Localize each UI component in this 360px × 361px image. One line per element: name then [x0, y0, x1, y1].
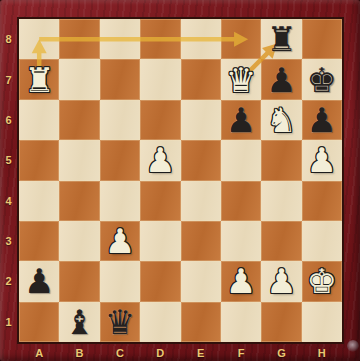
square-e3[interactable]	[181, 221, 221, 261]
square-e8[interactable]	[181, 19, 221, 59]
square-g3[interactable]	[261, 221, 301, 261]
square-c2[interactable]	[100, 261, 140, 301]
square-g4[interactable]	[261, 181, 301, 221]
square-b3[interactable]	[59, 221, 99, 261]
rank-label-4: 4	[0, 181, 17, 221]
square-b8[interactable]	[59, 19, 99, 59]
square-a5[interactable]	[19, 140, 59, 180]
square-e1[interactable]	[181, 302, 221, 342]
piece-black-pawn-f6[interactable]: ♟	[221, 100, 261, 140]
piece-black-pawn-h6[interactable]: ♟	[302, 100, 342, 140]
rank-label-2: 2	[0, 261, 17, 301]
rank-label-3: 3	[0, 221, 17, 261]
file-label-d: D	[140, 344, 180, 361]
square-f1[interactable]	[221, 302, 261, 342]
piece-white-pawn-h5[interactable]: ♟	[302, 140, 342, 180]
square-d6[interactable]	[140, 100, 180, 140]
square-d8[interactable]	[140, 19, 180, 59]
file-label-g: G	[261, 344, 301, 361]
square-c5[interactable]	[100, 140, 140, 180]
square-e4[interactable]	[181, 181, 221, 221]
square-b6[interactable]	[59, 100, 99, 140]
square-a1[interactable]	[19, 302, 59, 342]
square-f5[interactable]	[221, 140, 261, 180]
watermark-dot	[347, 340, 359, 352]
square-f4[interactable]	[221, 181, 261, 221]
piece-black-pawn-g7[interactable]: ♟	[261, 59, 301, 99]
rank-label-6: 6	[0, 100, 17, 140]
chess-board: ♜♜♛♟♚♟♞♟♟♟♟♟♟♟♚♝♛	[17, 17, 344, 344]
square-a6[interactable]	[19, 100, 59, 140]
square-e5[interactable]	[181, 140, 221, 180]
rank-label-7: 7	[0, 59, 17, 99]
file-label-c: C	[100, 344, 140, 361]
square-a8[interactable]	[19, 19, 59, 59]
piece-black-queen-c1[interactable]: ♛	[100, 302, 140, 342]
piece-white-pawn-c3[interactable]: ♟	[100, 221, 140, 261]
square-g5[interactable]	[261, 140, 301, 180]
square-d7[interactable]	[140, 59, 180, 99]
rank-label-1: 1	[0, 302, 17, 342]
piece-white-pawn-d5[interactable]: ♟	[140, 140, 180, 180]
square-f8[interactable]	[221, 19, 261, 59]
board-frame: ♜♜♛♟♚♟♞♟♟♟♟♟♟♟♚♝♛ 87654321ABCDEFGH	[0, 0, 360, 361]
square-b2[interactable]	[59, 261, 99, 301]
square-e6[interactable]	[181, 100, 221, 140]
piece-white-king-h2[interactable]: ♚	[302, 261, 342, 301]
square-g1[interactable]	[261, 302, 301, 342]
rank-label-5: 5	[0, 140, 17, 180]
square-h8[interactable]	[302, 19, 342, 59]
piece-white-queen-f7[interactable]: ♛	[221, 59, 261, 99]
square-c8[interactable]	[100, 19, 140, 59]
piece-black-pawn-a2[interactable]: ♟	[19, 261, 59, 301]
square-b5[interactable]	[59, 140, 99, 180]
file-label-h: H	[302, 344, 342, 361]
square-h4[interactable]	[302, 181, 342, 221]
rank-label-8: 8	[0, 19, 17, 59]
file-label-f: F	[221, 344, 261, 361]
square-d3[interactable]	[140, 221, 180, 261]
piece-black-bishop-b1[interactable]: ♝	[59, 302, 99, 342]
square-h3[interactable]	[302, 221, 342, 261]
piece-white-pawn-f2[interactable]: ♟	[221, 261, 261, 301]
square-h1[interactable]	[302, 302, 342, 342]
square-d2[interactable]	[140, 261, 180, 301]
file-label-a: A	[19, 344, 59, 361]
square-d4[interactable]	[140, 181, 180, 221]
square-a4[interactable]	[19, 181, 59, 221]
square-b4[interactable]	[59, 181, 99, 221]
square-c7[interactable]	[100, 59, 140, 99]
file-label-e: E	[181, 344, 221, 361]
piece-white-pawn-g2[interactable]: ♟	[261, 261, 301, 301]
square-c4[interactable]	[100, 181, 140, 221]
file-label-b: B	[59, 344, 99, 361]
square-a3[interactable]	[19, 221, 59, 261]
piece-white-rook-a7[interactable]: ♜	[19, 59, 59, 99]
square-e7[interactable]	[181, 59, 221, 99]
square-c6[interactable]	[100, 100, 140, 140]
square-d1[interactable]	[140, 302, 180, 342]
square-e2[interactable]	[181, 261, 221, 301]
piece-black-king-h7[interactable]: ♚	[302, 59, 342, 99]
piece-black-rook-g8[interactable]: ♜	[261, 19, 301, 59]
square-b7[interactable]	[59, 59, 99, 99]
square-f3[interactable]	[221, 221, 261, 261]
piece-white-knight-g6[interactable]: ♞	[261, 100, 301, 140]
